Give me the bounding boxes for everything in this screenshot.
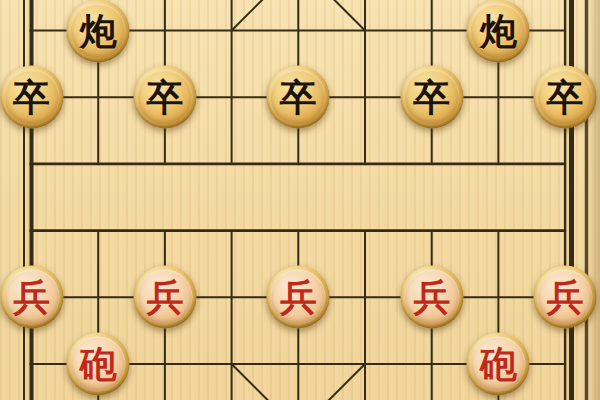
- red-soldier[interactable]: 兵: [133, 266, 196, 329]
- piece-face: 兵: [137, 270, 192, 325]
- piece-glyph: 卒: [413, 79, 450, 116]
- piece-face: 砲: [71, 337, 126, 392]
- black-cannon[interactable]: 炮: [467, 0, 530, 62]
- piece-glyph: 炮: [480, 12, 517, 49]
- piece-face: 卒: [271, 70, 326, 125]
- piece-glyph: 砲: [480, 346, 517, 383]
- red-soldier[interactable]: 兵: [267, 266, 330, 329]
- red-soldier[interactable]: 兵: [534, 266, 597, 329]
- piece-glyph: 兵: [413, 279, 450, 316]
- black-cannon[interactable]: 炮: [67, 0, 130, 62]
- piece-face: 卒: [137, 70, 192, 125]
- piece-face: 炮: [71, 3, 126, 58]
- piece-face: 兵: [404, 270, 459, 325]
- red-soldier[interactable]: 兵: [0, 266, 63, 329]
- piece-face: 兵: [538, 270, 593, 325]
- piece-glyph: 炮: [80, 12, 117, 49]
- piece-glyph: 兵: [280, 279, 317, 316]
- piece-glyph: 卒: [13, 79, 50, 116]
- piece-glyph: 砲: [80, 346, 117, 383]
- black-soldier[interactable]: 卒: [534, 66, 597, 129]
- red-soldier[interactable]: 兵: [400, 266, 463, 329]
- piece-glyph: 卒: [146, 79, 183, 116]
- black-soldier[interactable]: 卒: [0, 66, 63, 129]
- piece-glyph: 兵: [146, 279, 183, 316]
- piece-glyph: 兵: [13, 279, 50, 316]
- piece-glyph: 卒: [280, 79, 317, 116]
- black-soldier[interactable]: 卒: [133, 66, 196, 129]
- river: [33, 166, 565, 229]
- piece-face: 砲: [471, 337, 526, 392]
- red-cannon[interactable]: 砲: [67, 333, 130, 396]
- piece-face: 卒: [4, 70, 59, 125]
- piece-face: 炮: [471, 3, 526, 58]
- piece-face: 兵: [271, 270, 326, 325]
- black-soldier[interactable]: 卒: [267, 66, 330, 129]
- piece-face: 卒: [404, 70, 459, 125]
- red-cannon[interactable]: 砲: [467, 333, 530, 396]
- piece-face: 兵: [4, 270, 59, 325]
- piece-glyph: 卒: [547, 79, 584, 116]
- black-soldier[interactable]: 卒: [400, 66, 463, 129]
- xiangqi-board[interactable]: 炮炮卒卒卒卒卒兵兵兵兵砲砲兵: [0, 0, 600, 400]
- piece-glyph: 兵: [547, 279, 584, 316]
- piece-face: 卒: [538, 70, 593, 125]
